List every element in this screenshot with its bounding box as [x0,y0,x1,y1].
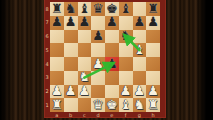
piece-black-pawn[interactable]: ♟ [106,15,118,29]
piece-white-pawn[interactable]: ♟ [134,84,146,98]
piece-black-knight[interactable]: ♞ [65,2,77,16]
square-f8[interactable]: ♝ [119,2,133,16]
piece-white-knight[interactable]: ♞ [134,98,146,112]
square-f4[interactable] [119,57,133,71]
piece-black-bishop[interactable]: ♝ [79,2,91,16]
piece-white-bishop[interactable]: ♝ [120,98,132,112]
square-e1[interactable]: ♚ [105,98,119,112]
square-d3[interactable] [91,71,105,85]
square-h1[interactable]: ♜ [146,98,160,112]
file-label-f: f [119,112,133,118]
piece-black-pawn[interactable]: ♟ [51,15,63,29]
square-a7[interactable]: ♟ [50,16,64,30]
piece-black-pawn[interactable]: ♟ [134,15,146,29]
square-c2[interactable]: ♟ [78,85,92,99]
square-b1[interactable] [64,98,78,112]
piece-black-rook[interactable]: ♜ [147,2,159,16]
piece-black-pawn[interactable]: ♟ [147,15,159,29]
piece-black-pawn[interactable]: ♟ [65,15,77,29]
square-c7[interactable]: ♟ [78,16,92,30]
piece-black-pawn[interactable]: ♟ [79,15,91,29]
square-b2[interactable]: ♟ [64,85,78,99]
square-b5[interactable] [64,43,78,57]
square-h5[interactable] [146,43,160,57]
square-a6[interactable] [50,30,64,44]
file-label-h: h [146,112,160,118]
piece-white-rook[interactable]: ♜ [147,98,159,112]
piece-black-bishop[interactable]: ♝ [120,2,132,16]
piece-white-bishop[interactable]: ♝ [134,43,146,57]
square-g1[interactable]: ♞ [133,98,147,112]
square-b6[interactable] [64,30,78,44]
piece-black-knight[interactable]: ♞ [120,29,132,43]
square-d5[interactable] [91,43,105,57]
square-d8[interactable]: ♛ [91,2,105,16]
piece-white-queen[interactable]: ♛ [92,98,104,112]
square-c5[interactable] [78,43,92,57]
square-a5[interactable] [50,43,64,57]
square-f6[interactable]: ♞ [119,30,133,44]
square-g7[interactable]: ♟ [133,16,147,30]
square-h6[interactable] [146,30,160,44]
square-a1[interactable]: ♜ [50,98,64,112]
piece-white-pawn[interactable]: ♟ [147,84,159,98]
piece-white-pawn[interactable]: ♟ [120,84,132,98]
file-label-e: e [105,112,119,118]
file-label-g: g [133,112,147,118]
piece-white-king[interactable]: ♚ [106,98,118,112]
square-b7[interactable]: ♟ [64,16,78,30]
piece-black-rook[interactable]: ♜ [51,2,63,16]
square-e5[interactable] [105,43,119,57]
file-label-d: d [91,112,105,118]
square-c1[interactable] [78,98,92,112]
square-d1[interactable]: ♛ [91,98,105,112]
piece-white-rook[interactable]: ♜ [51,98,63,112]
square-f5[interactable] [119,43,133,57]
square-e4[interactable]: ♟ [105,57,119,71]
file-label-a: a [50,112,64,118]
square-g4[interactable] [133,57,147,71]
piece-white-pawn[interactable]: ♟ [51,84,63,98]
square-h7[interactable]: ♟ [146,16,160,30]
square-f1[interactable]: ♝ [119,98,133,112]
square-c6[interactable] [78,30,92,44]
piece-white-pawn[interactable]: ♟ [92,57,104,71]
piece-white-knight[interactable]: ♞ [79,70,91,84]
piece-white-pawn[interactable]: ♟ [79,84,91,98]
square-b4[interactable] [64,57,78,71]
file-labels: abcdefgh [50,112,160,118]
square-d4[interactable]: ♟ [91,57,105,71]
piece-black-king[interactable]: ♚ [106,2,118,16]
square-h4[interactable] [146,57,160,71]
square-g5[interactable]: ♝ [133,43,147,57]
piece-black-queen[interactable]: ♛ [92,2,104,16]
file-label-b: b [64,112,78,118]
square-a4[interactable] [50,57,64,71]
square-e7[interactable]: ♟ [105,16,119,30]
piece-white-pawn[interactable]: ♟ [65,84,77,98]
piece-black-pawn[interactable]: ♟ [92,29,104,43]
file-label-c: c [78,112,92,118]
square-e6[interactable] [105,30,119,44]
square-d6[interactable]: ♟ [91,30,105,44]
piece-black-pawn[interactable]: ♟ [106,57,118,71]
square-e3[interactable] [105,71,119,85]
chess-board-frame: 87654321 abcdefgh ♜♞♝♛♚♝♜♟♟♟♟♟♟♟♞♝♟♟♞♟♟♟… [44,0,166,118]
chess-board: ♜♞♝♛♚♝♜♟♟♟♟♟♟♟♞♝♟♟♞♟♟♟♟♟♟♜♛♚♝♞♜ [50,2,160,112]
